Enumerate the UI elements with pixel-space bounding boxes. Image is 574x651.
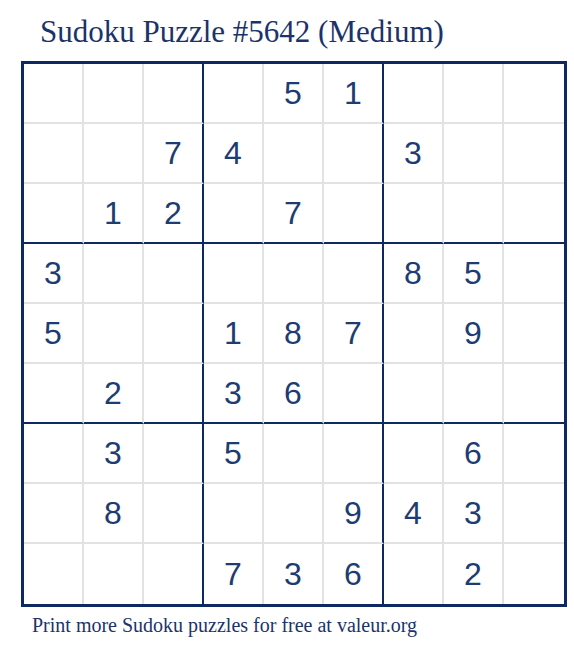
cell-r6c3[interactable] (144, 364, 204, 424)
cell-r1c6[interactable]: 1 (324, 64, 384, 124)
cell-r8c2[interactable]: 8 (84, 484, 144, 544)
cell-r1c2[interactable] (84, 64, 144, 124)
cell-r8c5[interactable] (264, 484, 324, 544)
cell-r2c3[interactable]: 7 (144, 124, 204, 184)
cell-r9c1[interactable] (24, 544, 84, 604)
cell-r4c5[interactable] (264, 244, 324, 304)
cell-r7c7[interactable] (384, 424, 444, 484)
cell-r1c9[interactable] (504, 64, 564, 124)
cell-r8c7[interactable]: 4 (384, 484, 444, 544)
cell-r5c2[interactable] (84, 304, 144, 364)
cell-r5c9[interactable] (504, 304, 564, 364)
cell-r8c6[interactable]: 9 (324, 484, 384, 544)
cell-r7c9[interactable] (504, 424, 564, 484)
cell-r7c4[interactable]: 5 (204, 424, 264, 484)
cell-r8c4[interactable] (204, 484, 264, 544)
cell-r9c2[interactable] (84, 544, 144, 604)
cell-r6c5[interactable]: 6 (264, 364, 324, 424)
cell-r3c8[interactable] (444, 184, 504, 244)
cell-r3c4[interactable] (204, 184, 264, 244)
cell-r4c9[interactable] (504, 244, 564, 304)
footer-text: Print more Sudoku puzzles for free at va… (32, 614, 417, 637)
cell-r3c7[interactable] (384, 184, 444, 244)
cell-r3c2[interactable]: 1 (84, 184, 144, 244)
cell-r5c8[interactable]: 9 (444, 304, 504, 364)
cell-r4c6[interactable] (324, 244, 384, 304)
cell-r7c5[interactable] (264, 424, 324, 484)
cell-r2c7[interactable]: 3 (384, 124, 444, 184)
cell-r6c1[interactable] (24, 364, 84, 424)
cell-r9c4[interactable]: 7 (204, 544, 264, 604)
cell-r1c4[interactable] (204, 64, 264, 124)
page-title: Sudoku Puzzle #5642 (Medium) (40, 14, 444, 50)
cell-r8c8[interactable]: 3 (444, 484, 504, 544)
cell-r2c9[interactable] (504, 124, 564, 184)
cell-r2c8[interactable] (444, 124, 504, 184)
sudoku-board: 517431273855187923635689437362 (21, 61, 567, 607)
cell-r5c5[interactable]: 8 (264, 304, 324, 364)
cell-r6c2[interactable]: 2 (84, 364, 144, 424)
cell-r4c3[interactable] (144, 244, 204, 304)
sudoku-page: Sudoku Puzzle #5642 (Medium) 51743127385… (0, 0, 574, 651)
cell-r4c2[interactable] (84, 244, 144, 304)
cell-r3c1[interactable] (24, 184, 84, 244)
cell-r4c1[interactable]: 3 (24, 244, 84, 304)
cell-r4c7[interactable]: 8 (384, 244, 444, 304)
cell-r9c8[interactable]: 2 (444, 544, 504, 604)
cell-r2c4[interactable]: 4 (204, 124, 264, 184)
cell-r7c1[interactable] (24, 424, 84, 484)
cell-r7c3[interactable] (144, 424, 204, 484)
cell-r6c4[interactable]: 3 (204, 364, 264, 424)
cell-r2c2[interactable] (84, 124, 144, 184)
cell-r9c7[interactable] (384, 544, 444, 604)
cell-r6c7[interactable] (384, 364, 444, 424)
cell-r9c5[interactable]: 3 (264, 544, 324, 604)
cell-r1c1[interactable] (24, 64, 84, 124)
cell-r1c5[interactable]: 5 (264, 64, 324, 124)
cell-r5c7[interactable] (384, 304, 444, 364)
cell-r3c5[interactable]: 7 (264, 184, 324, 244)
cell-r9c3[interactable] (144, 544, 204, 604)
cell-r5c1[interactable]: 5 (24, 304, 84, 364)
cell-r6c8[interactable] (444, 364, 504, 424)
cell-r1c3[interactable] (144, 64, 204, 124)
cell-r1c8[interactable] (444, 64, 504, 124)
cell-r7c6[interactable] (324, 424, 384, 484)
cell-r5c6[interactable]: 7 (324, 304, 384, 364)
cell-r2c5[interactable] (264, 124, 324, 184)
cell-r9c9[interactable] (504, 544, 564, 604)
cell-r4c8[interactable]: 5 (444, 244, 504, 304)
cell-r9c6[interactable]: 6 (324, 544, 384, 604)
cell-r6c9[interactable] (504, 364, 564, 424)
cell-r5c3[interactable] (144, 304, 204, 364)
cell-r7c2[interactable]: 3 (84, 424, 144, 484)
cell-r8c3[interactable] (144, 484, 204, 544)
cell-r3c3[interactable]: 2 (144, 184, 204, 244)
cell-r7c8[interactable]: 6 (444, 424, 504, 484)
cell-r6c6[interactable] (324, 364, 384, 424)
cell-r4c4[interactable] (204, 244, 264, 304)
cell-r8c9[interactable] (504, 484, 564, 544)
cell-r1c7[interactable] (384, 64, 444, 124)
cell-r3c6[interactable] (324, 184, 384, 244)
cell-r2c6[interactable] (324, 124, 384, 184)
cell-r2c1[interactable] (24, 124, 84, 184)
cell-r5c4[interactable]: 1 (204, 304, 264, 364)
cell-r3c9[interactable] (504, 184, 564, 244)
cell-r8c1[interactable] (24, 484, 84, 544)
